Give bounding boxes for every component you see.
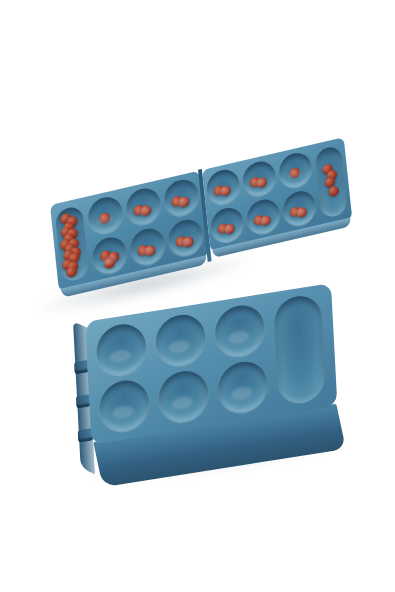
product-photo-scene bbox=[0, 0, 395, 592]
seed bbox=[140, 205, 152, 217]
seed bbox=[183, 236, 195, 248]
closed-pit-back-2[interactable] bbox=[155, 311, 207, 369]
pit-front-1[interactable] bbox=[91, 234, 129, 277]
pit-back-5[interactable] bbox=[241, 158, 277, 199]
pit-front-3[interactable] bbox=[167, 216, 205, 259]
seed bbox=[178, 196, 190, 208]
closed-mancala-board bbox=[85, 283, 337, 444]
seed bbox=[220, 185, 231, 197]
pit-front-4[interactable] bbox=[209, 205, 245, 246]
seed bbox=[260, 215, 271, 227]
pit-back-6[interactable] bbox=[277, 150, 313, 191]
closed-pit-back-1[interactable] bbox=[95, 321, 147, 379]
closed-pit-front-1[interactable] bbox=[98, 377, 150, 435]
right-store[interactable] bbox=[315, 145, 348, 220]
pit-back-4[interactable] bbox=[205, 167, 241, 208]
seed bbox=[296, 207, 307, 219]
seed bbox=[99, 212, 111, 224]
pit-back-2[interactable] bbox=[125, 185, 163, 228]
seed bbox=[100, 249, 112, 261]
left-store[interactable] bbox=[55, 205, 90, 283]
closed-store[interactable] bbox=[273, 293, 326, 407]
pit-back-1[interactable] bbox=[87, 194, 125, 237]
board-half-right bbox=[202, 137, 352, 252]
seed bbox=[328, 185, 339, 197]
seed bbox=[66, 266, 78, 278]
seed bbox=[256, 177, 267, 189]
pit-front-2[interactable] bbox=[129, 225, 167, 268]
seed bbox=[224, 223, 235, 235]
pit-back-3[interactable] bbox=[163, 176, 201, 219]
seed bbox=[103, 257, 115, 269]
seed bbox=[145, 245, 157, 257]
seed bbox=[289, 167, 300, 179]
closed-pit-front-2[interactable] bbox=[158, 367, 210, 425]
closed-pit-back-3[interactable] bbox=[214, 302, 266, 360]
pit-front-6[interactable] bbox=[281, 188, 317, 229]
pit-front-5[interactable] bbox=[245, 196, 281, 237]
closed-pit-front-3[interactable] bbox=[217, 358, 269, 416]
